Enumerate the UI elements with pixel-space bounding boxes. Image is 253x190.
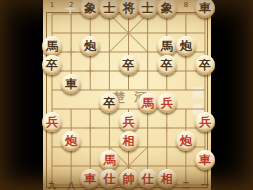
file-label-bottom-2: 八 bbox=[65, 181, 77, 190]
piece-red-兵-r6c0[interactable]: 兵 bbox=[42, 112, 62, 132]
file-label-bottom-9: 一 bbox=[199, 181, 211, 190]
piece-red-兵-r5c6[interactable]: 兵 bbox=[157, 93, 177, 113]
file-label-top-2: 2 bbox=[65, 0, 77, 10]
piece-red-相-r7c4[interactable]: 相 bbox=[119, 131, 139, 151]
piece-black-卒-r3c6[interactable]: 卒 bbox=[157, 55, 177, 75]
file-label-bottom-1: 九 bbox=[46, 181, 58, 190]
piece-red-兵-r6c4[interactable]: 兵 bbox=[119, 112, 139, 132]
piece-black-炮-r2c7[interactable]: 炮 bbox=[176, 36, 196, 56]
piece-red-仕-r9c5[interactable]: 仕 bbox=[138, 169, 158, 189]
piece-red-兵-r6c8[interactable]: 兵 bbox=[195, 112, 215, 132]
sparkle-icon bbox=[0, 0, 253, 190]
piece-black-卒-r3c4[interactable]: 卒 bbox=[119, 55, 139, 75]
piece-black-象-r0c6[interactable]: 象 bbox=[157, 0, 177, 18]
piece-black-馬-r2c6[interactable]: 馬 bbox=[157, 36, 177, 56]
file-label-top-1: 1 bbox=[46, 0, 58, 10]
game-screen: 楚河 漢界 123456789九八七六五四三二一 象士将士象車馬炮馬炮卒卒卒卒車… bbox=[0, 0, 253, 190]
file-label-bottom-8: 二 bbox=[180, 181, 192, 190]
piece-black-卒-r3c8[interactable]: 卒 bbox=[195, 55, 215, 75]
piece-red-帥-r9c4[interactable]: 帥 bbox=[119, 169, 139, 189]
piece-black-将-r0c4[interactable]: 将 bbox=[119, 0, 139, 18]
piece-red-炮-r7c7[interactable]: 炮 bbox=[176, 131, 196, 151]
piece-black-車-r4c1[interactable]: 車 bbox=[61, 74, 81, 94]
piece-red-炮-r7c1[interactable]: 炮 bbox=[61, 131, 81, 151]
piece-black-卒-r3c0[interactable]: 卒 bbox=[42, 55, 62, 75]
file-label-top-8: 8 bbox=[180, 0, 192, 10]
piece-black-馬-r2c0[interactable]: 馬 bbox=[42, 36, 62, 56]
piece-red-馬-r5c5[interactable]: 馬 bbox=[138, 93, 158, 113]
piece-red-相-r9c6[interactable]: 相 bbox=[157, 169, 177, 189]
piece-black-士-r0c5[interactable]: 士 bbox=[138, 0, 158, 18]
piece-red-車-r8c8[interactable]: 車 bbox=[195, 150, 215, 170]
